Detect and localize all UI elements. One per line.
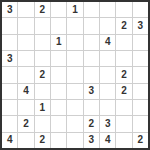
cell-r3c8[interactable]: [116, 35, 131, 50]
cell-r7c2[interactable]: [18, 100, 33, 115]
cell-r1c8[interactable]: [116, 2, 131, 17]
cell-r5c9[interactable]: [133, 67, 148, 82]
cell-r3c6[interactable]: [84, 35, 99, 50]
puzzle-board: 3212314322432122342342: [0, 0, 150, 150]
cell-r1c7[interactable]: [100, 2, 115, 17]
cell-r2c6[interactable]: [84, 18, 99, 33]
cell-r9c8[interactable]: [116, 133, 131, 148]
cell-r7c4[interactable]: [51, 100, 66, 115]
cell-r8c2-clue: 2: [18, 116, 33, 131]
cell-r5c7[interactable]: [100, 67, 115, 82]
cell-r6c1[interactable]: [2, 84, 17, 99]
cell-r4c6[interactable]: [84, 51, 99, 66]
cell-r9c5[interactable]: [67, 133, 82, 148]
cell-r2c7[interactable]: [100, 18, 115, 33]
cell-r2c4[interactable]: [51, 18, 66, 33]
cell-r9c6-clue: 3: [84, 133, 99, 148]
cell-r4c7[interactable]: [100, 51, 115, 66]
cell-r2c8-clue: 2: [116, 18, 131, 33]
cell-r4c5[interactable]: [67, 51, 82, 66]
cell-r5c5[interactable]: [67, 67, 82, 82]
cell-r5c8-clue: 2: [116, 67, 131, 82]
cell-r5c3-clue: 2: [35, 67, 50, 82]
cell-r6c2-clue: 4: [18, 84, 33, 99]
cell-r3c1[interactable]: [2, 35, 17, 50]
cell-r4c2[interactable]: [18, 51, 33, 66]
cell-r6c5[interactable]: [67, 84, 82, 99]
cell-r1c6[interactable]: [84, 2, 99, 17]
cell-r1c1-clue: 3: [2, 2, 17, 17]
cell-r8c9[interactable]: [133, 116, 148, 131]
cell-r5c6[interactable]: [84, 67, 99, 82]
cell-r3c2[interactable]: [18, 35, 33, 50]
cell-r4c8[interactable]: [116, 51, 131, 66]
cell-r7c9[interactable]: [133, 100, 148, 115]
cell-r7c1[interactable]: [2, 100, 17, 115]
cell-r7c5[interactable]: [67, 100, 82, 115]
cell-r9c4[interactable]: [51, 133, 66, 148]
cell-r1c3-clue: 2: [35, 2, 50, 17]
cell-r1c4[interactable]: [51, 2, 66, 17]
cell-r8c8[interactable]: [116, 116, 131, 131]
cell-r4c1-clue: 3: [2, 51, 17, 66]
cell-r8c1[interactable]: [2, 116, 17, 131]
cell-r6c4[interactable]: [51, 84, 66, 99]
cell-r2c9-clue: 3: [133, 18, 148, 33]
cell-r5c4[interactable]: [51, 67, 66, 82]
cell-r4c4[interactable]: [51, 51, 66, 66]
cell-r1c2[interactable]: [18, 2, 33, 17]
cell-r5c2[interactable]: [18, 67, 33, 82]
cell-r2c3[interactable]: [35, 18, 50, 33]
cell-r3c3[interactable]: [35, 35, 50, 50]
cell-r4c3[interactable]: [35, 51, 50, 66]
cell-r3c9[interactable]: [133, 35, 148, 50]
cell-r6c6-clue: 3: [84, 84, 99, 99]
cell-r7c6[interactable]: [84, 100, 99, 115]
cell-r8c5[interactable]: [67, 116, 82, 131]
cell-r9c9-clue: 2: [133, 133, 148, 148]
cell-r6c3[interactable]: [35, 84, 50, 99]
cell-r2c2[interactable]: [18, 18, 33, 33]
cell-r7c3-clue: 1: [35, 100, 50, 115]
cell-r6c9[interactable]: [133, 84, 148, 99]
cell-r9c3-clue: 2: [35, 133, 50, 148]
cell-r5c1[interactable]: [2, 67, 17, 82]
cell-r2c5[interactable]: [67, 18, 82, 33]
cell-r7c8[interactable]: [116, 100, 131, 115]
cell-r8c3[interactable]: [35, 116, 50, 131]
cell-r1c9[interactable]: [133, 2, 148, 17]
cell-r8c6-clue: 2: [84, 116, 99, 131]
cell-r3c5[interactable]: [67, 35, 82, 50]
cell-r3c7-clue: 4: [100, 35, 115, 50]
cell-r2c1[interactable]: [2, 18, 17, 33]
cell-r6c8-clue: 2: [116, 84, 131, 99]
cell-r7c7[interactable]: [100, 100, 115, 115]
cell-r6c7[interactable]: [100, 84, 115, 99]
cell-r9c2[interactable]: [18, 133, 33, 148]
cell-r9c7-clue: 4: [100, 133, 115, 148]
cell-r8c7-clue: 3: [100, 116, 115, 131]
cell-r9c1-clue: 4: [2, 133, 17, 148]
cell-r8c4[interactable]: [51, 116, 66, 131]
cell-r3c4-clue: 1: [51, 35, 66, 50]
cell-r4c9[interactable]: [133, 51, 148, 66]
cell-r1c5-clue: 1: [67, 2, 82, 17]
